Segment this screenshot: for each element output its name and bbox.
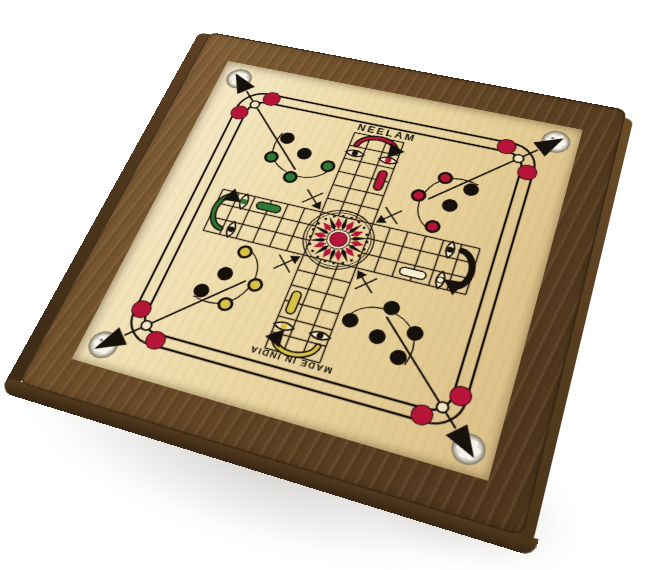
outer-boundary-line [122, 90, 540, 431]
capsule-marker-left [255, 201, 281, 213]
dot-cluster-bottom-right [333, 292, 430, 367]
photo-scene: NEELAM MADE IN INDIA [0, 0, 650, 570]
capsule-marker-top [372, 170, 388, 191]
dot-cluster-top-right [401, 168, 481, 239]
carrom-board: NEELAM MADE IN INDIA [18, 32, 627, 537]
ludo-arm-left [194, 186, 323, 274]
dot-cluster-bottom-left [190, 240, 276, 317]
capsule-marker-right [399, 266, 427, 280]
dot-cluster-top-left [257, 131, 343, 190]
